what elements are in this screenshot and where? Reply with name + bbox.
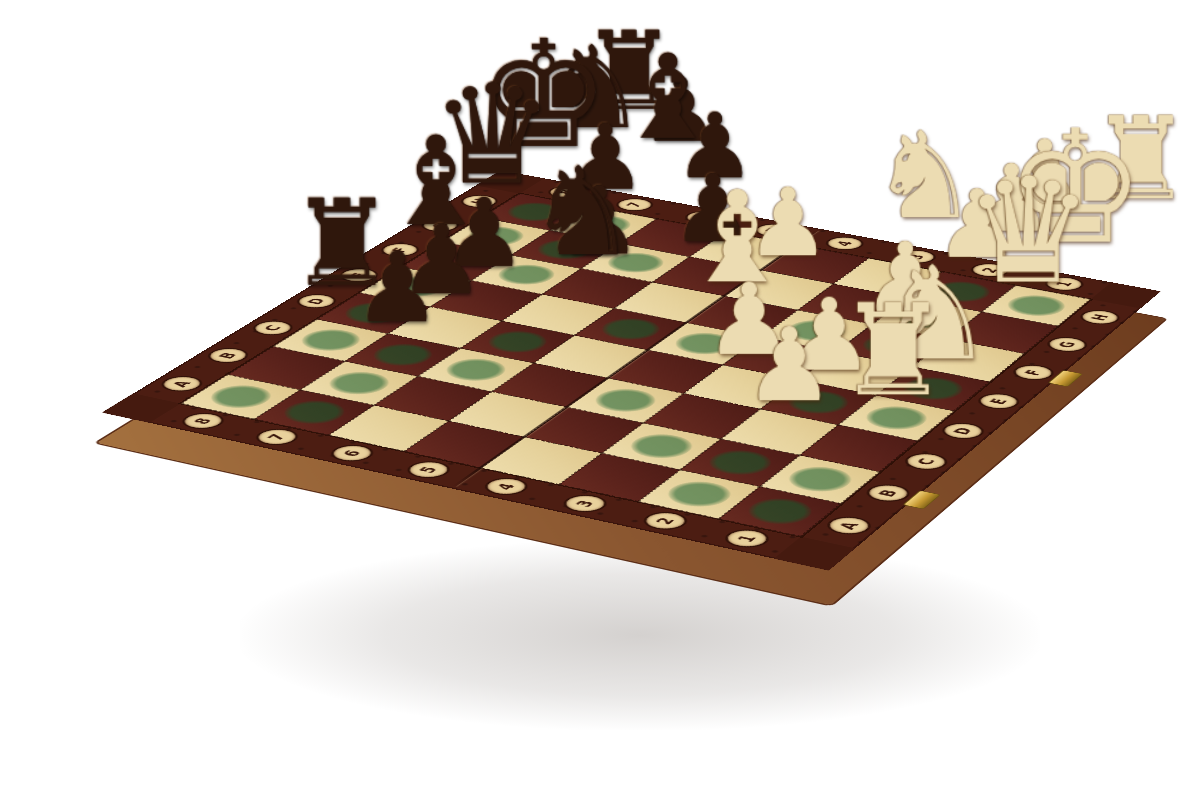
felt-pad-b1 [779,463,861,496]
felt-pad-a8 [200,381,282,412]
felt-pad-a2 [658,477,741,511]
label-file-c: C [248,319,296,336]
felt-pad-b2 [699,446,781,479]
label-file-b: B [203,347,251,365]
label-rank-6: 6 [326,444,376,464]
felt-pad-e5 [592,315,669,344]
felt-pad-b3 [621,430,703,462]
white-rook-a1-piece[interactable]: ♜ [801,288,985,414]
label-rank-3: 3 [559,493,610,514]
label-rank-5: 5 [402,460,453,480]
label-rank-8: 8 [177,412,227,431]
black-pawn-a7-piece[interactable]: ♟ [310,239,485,336]
label-file-g: G [1044,336,1090,354]
label-rank-1: 1 [720,528,771,549]
hinge-icon [1048,370,1084,387]
board-drop-shadow [240,540,1040,730]
felt-pad-d6 [478,327,556,356]
label-file-b: B [862,483,912,503]
label-file-a: A [156,375,205,393]
felt-pad-c6 [436,355,515,385]
board-frame: ABCDEFGH ABCDEFGH 12345678 12345678 ♜♝♛♚… [102,170,1161,570]
label-file-c: C [901,452,950,472]
board-grid: ♜♝♛♚♞♜♟♟♟♟♝♟♞♟♟♟♝♟♟♞♟♟♟♟♟♟♜♞♛♚♜ [181,194,1090,537]
label-rank-4: 4 [480,476,531,496]
felt-pad-c4 [585,385,665,416]
label-rank-2: 2 [639,511,690,532]
chess-board-3d: ABCDEFGH ABCDEFGH 12345678 12345678 ♜♝♛♚… [102,170,1161,570]
felt-pad-a7 [273,397,355,428]
felt-pad-b7 [319,368,400,398]
label-file-a: A [823,515,874,536]
felt-pad-a1 [738,494,822,528]
label-rank-7: 7 [251,427,301,446]
felt-pad-c7 [363,340,442,369]
